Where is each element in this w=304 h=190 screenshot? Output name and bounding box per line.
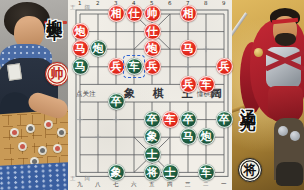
right-player-name: 汤卓光 (240, 96, 256, 105)
red-general-badge: 帅 (45, 62, 68, 86)
bottom-coord-四: 四 (167, 182, 173, 188)
piece-象-green[interactable]: 象 (144, 128, 161, 145)
board-point-c5r1[interactable]: 仕 (143, 23, 161, 41)
photo-piece (44, 120, 53, 129)
piece-象-green[interactable]: 象 (108, 164, 125, 181)
board-point-c1r3[interactable]: 马 (71, 58, 89, 76)
piece-卒-green[interactable]: 卒 (144, 111, 161, 128)
piece-卒-green[interactable]: 卒 (108, 93, 125, 110)
warrior-sword-pommel (254, 48, 263, 57)
board-point-c5r9[interactable]: 将 (143, 163, 161, 181)
board-point-c7r0[interactable]: 相 (179, 5, 197, 23)
piece-将-green[interactable]: 将 (144, 164, 161, 181)
board-point-c6r6[interactable]: 车 (161, 111, 179, 129)
piece-grid: 相仕帅相炮仕马炮炮马马兵车兵兵兵车卒卒车卒卒象马炮士象将士车 (71, 5, 233, 181)
piece-相-red[interactable]: 相 (180, 5, 197, 22)
bottom-coord-二: 二 (203, 182, 209, 188)
bottom-coord-五: 五 (149, 182, 155, 188)
board-point-c5r3[interactable]: 兵 (143, 58, 161, 76)
bottom-coord-七: 七 (113, 182, 119, 188)
piece-兵-red[interactable]: 兵 (180, 76, 197, 93)
thumbnail-stage: 柳大华 帅 王阔 王阔 点关注 象 棋 王 阔 懂棋路 123456789 九八… (0, 0, 304, 190)
piece-马-red[interactable]: 马 (72, 40, 89, 57)
xiangqi-board: 王阔 王阔 点关注 象 棋 王 阔 懂棋路 123456789 九八七六五四三二… (68, 0, 232, 190)
warrior-beard (275, 33, 296, 46)
photo-piece (57, 128, 66, 137)
piece-炮-green[interactable]: 炮 (90, 40, 107, 57)
piece-仕-red[interactable]: 仕 (126, 5, 143, 22)
photo-piece (26, 124, 35, 133)
board-point-c5r0[interactable]: 帅 (143, 5, 161, 23)
photo-piece (53, 144, 62, 153)
board-point-c2r2[interactable]: 炮 (89, 40, 107, 58)
board-point-c9r6[interactable]: 卒 (215, 111, 233, 129)
board-point-c8r9[interactable]: 车 (197, 163, 215, 181)
board-point-c3r5[interactable]: 卒 (107, 93, 125, 111)
photo-piece (38, 146, 47, 155)
bottom-coord-一: 一 (221, 182, 227, 188)
black-general-badge: 将 (238, 158, 262, 182)
piece-车-green[interactable]: 车 (198, 164, 215, 181)
piece-仕-red[interactable]: 仕 (144, 23, 161, 40)
board-point-c6r9[interactable]: 士 (161, 163, 179, 181)
warrior-skirt (268, 86, 303, 122)
bottom-coord-九: 九 (77, 182, 83, 188)
board-point-c4r3[interactable]: 车 (125, 58, 143, 76)
photo-piece (18, 142, 27, 151)
bottom-coord-八: 八 (95, 182, 101, 188)
piece-车-red[interactable]: 车 (198, 76, 215, 93)
board-point-c7r2[interactable]: 马 (179, 40, 197, 58)
board-point-c8r7[interactable]: 炮 (197, 128, 215, 146)
board-point-c4r0[interactable]: 仕 (125, 5, 143, 23)
board-point-c7r7[interactable]: 马 (179, 128, 197, 146)
board-point-c1r1[interactable]: 炮 (71, 23, 89, 41)
piece-车-red[interactable]: 车 (162, 111, 179, 128)
piece-兵-red[interactable]: 兵 (108, 58, 125, 75)
piece-相-red[interactable]: 相 (108, 5, 125, 22)
warrior-knee-plate (278, 126, 288, 136)
piece-兵-red[interactable]: 兵 (144, 58, 161, 75)
board-point-c3r9[interactable]: 象 (107, 163, 125, 181)
bottom-coord-三: 三 (185, 182, 191, 188)
piece-卒-green[interactable]: 卒 (216, 111, 233, 128)
board-point-c7r6[interactable]: 卒 (179, 111, 197, 129)
piece-马-green[interactable]: 马 (72, 58, 89, 75)
piece-炮-red[interactable]: 炮 (72, 23, 89, 40)
warrior-knee-plate (290, 131, 300, 141)
board-point-c1r2[interactable]: 马 (71, 40, 89, 58)
player-chest-badge (7, 63, 22, 81)
piece-马-green[interactable]: 马 (180, 128, 197, 145)
bottom-coord-六: 六 (131, 182, 137, 188)
piece-卒-green[interactable]: 卒 (180, 111, 197, 128)
warrior-boot (276, 162, 303, 186)
board-point-c5r2[interactable]: 炮 (143, 40, 161, 58)
piece-车-green[interactable]: 车 (126, 58, 143, 75)
small-red-caption (62, 21, 67, 24)
board-point-c5r6[interactable]: 卒 (143, 111, 161, 129)
left-player-name: 柳大华 (46, 6, 62, 15)
piece-士-green[interactable]: 士 (144, 146, 161, 163)
small-red-caption (44, 21, 52, 24)
board-point-c9r3[interactable]: 兵 (215, 58, 233, 76)
piece-士-green[interactable]: 士 (162, 164, 179, 181)
board-point-c3r0[interactable]: 相 (107, 5, 125, 23)
right-warrior-art: 汤卓光 将 (232, 0, 304, 190)
board-point-c7r4[interactable]: 兵 (179, 75, 197, 93)
piece-炮-green[interactable]: 炮 (198, 128, 215, 145)
photo-piece (10, 128, 19, 137)
piece-炮-red[interactable]: 炮 (144, 40, 161, 57)
board-point-c8r4[interactable]: 车 (197, 75, 215, 93)
piece-帅-red[interactable]: 帅 (144, 5, 161, 22)
photo-blue-cloth (0, 162, 68, 190)
left-player-photo: 柳大华 帅 (0, 0, 68, 190)
board-point-c5r7[interactable]: 象 (143, 128, 161, 146)
piece-兵-red[interactable]: 兵 (216, 58, 233, 75)
piece-马-red[interactable]: 马 (180, 40, 197, 57)
board-point-c5r8[interactable]: 士 (143, 146, 161, 164)
